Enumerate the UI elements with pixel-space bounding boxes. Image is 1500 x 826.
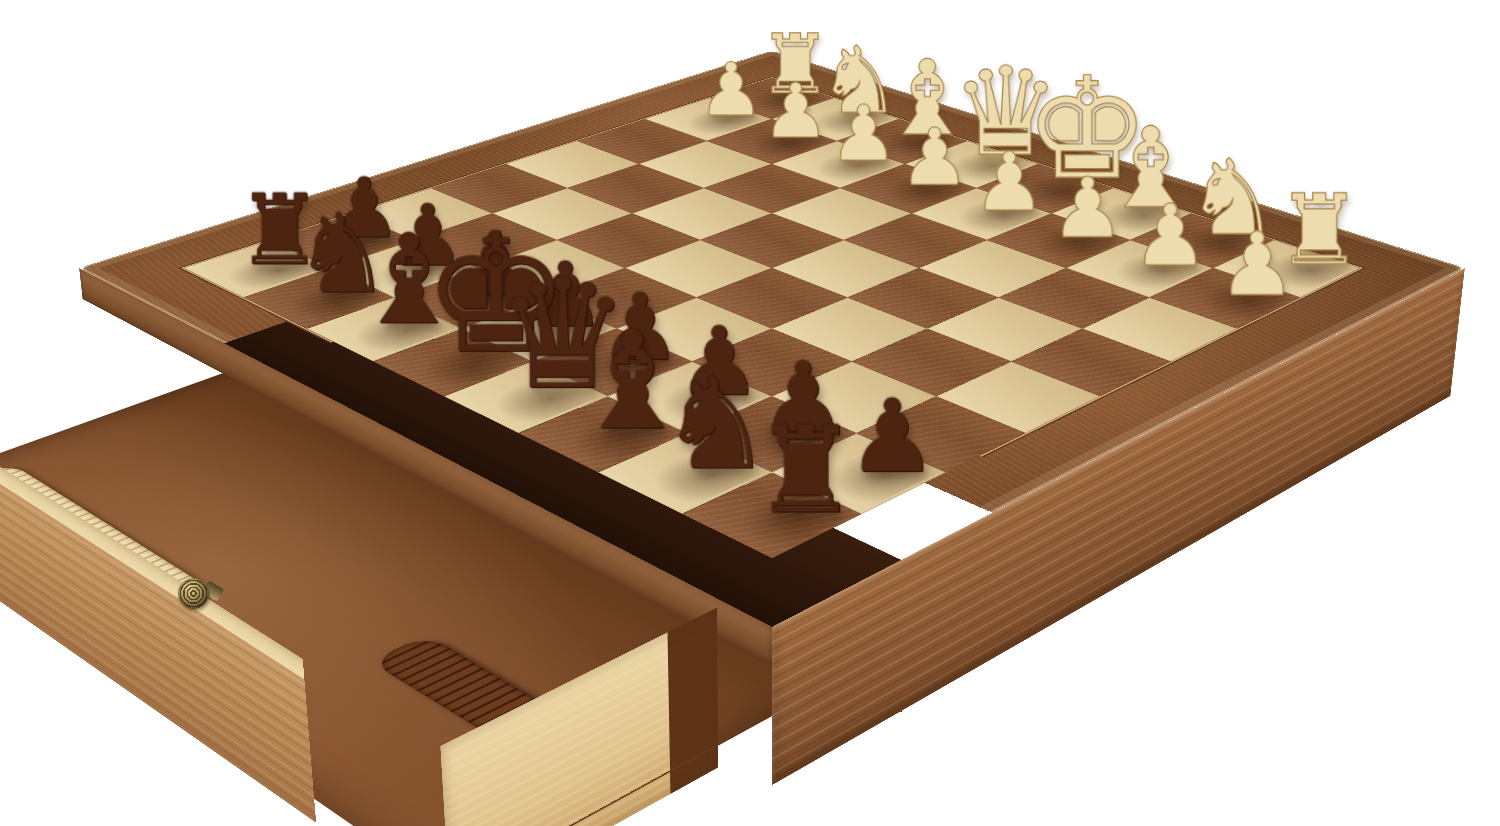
piece-light-knight: ♞	[1181, 149, 1283, 248]
product-photo-stage: ♜♟♟♜♞♟♟♞♝♟♟♝♚♟♟♛♛♟♟♚♝♟♟♝♞♟♟♞♜♟♟♜	[0, 0, 1500, 826]
chess-box: ♜♟♟♜♞♟♟♞♝♟♟♝♚♟♟♛♛♟♟♚♝♟♟♝♞♟♟♞♜♟♟♜	[79, 51, 1465, 627]
knob-face	[178, 578, 209, 609]
camera-perspective: ♜♟♟♜♞♟♟♞♝♟♟♝♚♟♟♛♛♟♟♚♝♟♟♝♞♟♟♞♜♟♟♜	[0, 0, 1500, 826]
square-r5c3	[772, 298, 927, 362]
drawer-knob	[178, 572, 224, 612]
